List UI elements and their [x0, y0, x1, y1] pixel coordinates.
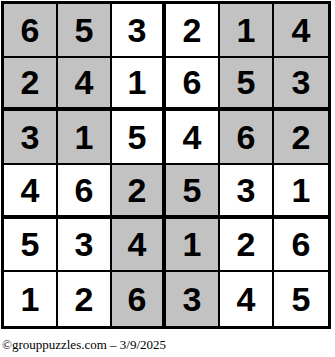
cell-r1c3[interactable]: 3	[112, 4, 166, 58]
cell-r2c5[interactable]: 5	[220, 58, 274, 112]
cell-r4c5[interactable]: 3	[220, 165, 274, 219]
cell-r1c4[interactable]: 2	[166, 4, 220, 58]
cell-r2c6[interactable]: 3	[274, 58, 328, 112]
cell-r3c3[interactable]: 5	[112, 111, 166, 165]
cell-r5c6[interactable]: 6	[274, 219, 328, 273]
cell-r6c2[interactable]: 2	[58, 272, 112, 326]
sudoku-board: 653214241653315462462531534126126345	[1, 1, 331, 329]
cell-r2c1[interactable]: 2	[4, 58, 58, 112]
cell-r3c1[interactable]: 3	[4, 111, 58, 165]
cell-r5c4[interactable]: 1	[166, 219, 220, 273]
cell-r4c1[interactable]: 4	[4, 165, 58, 219]
cell-r6c5[interactable]: 4	[220, 272, 274, 326]
cell-r4c6[interactable]: 1	[274, 165, 328, 219]
cell-r2c3[interactable]: 1	[112, 58, 166, 112]
cell-r1c6[interactable]: 4	[274, 4, 328, 58]
cell-r5c3[interactable]: 4	[112, 219, 166, 273]
cell-r3c2[interactable]: 1	[58, 111, 112, 165]
cell-r3c6[interactable]: 2	[274, 111, 328, 165]
cell-r2c4[interactable]: 6	[166, 58, 220, 112]
cell-r4c4[interactable]: 5	[166, 165, 220, 219]
copyright-credit: ©grouppuzzles.com – 3/9/2025	[2, 337, 166, 353]
cell-r1c2[interactable]: 5	[58, 4, 112, 58]
cell-r1c1[interactable]: 6	[4, 4, 58, 58]
puzzle-page: 653214241653315462462531534126126345 ©gr…	[0, 0, 335, 357]
cell-r6c1[interactable]: 1	[4, 272, 58, 326]
cell-r4c2[interactable]: 6	[58, 165, 112, 219]
cell-r2c2[interactable]: 4	[58, 58, 112, 112]
cell-r5c5[interactable]: 2	[220, 219, 274, 273]
cell-r3c4[interactable]: 4	[166, 111, 220, 165]
cell-r6c4[interactable]: 3	[166, 272, 220, 326]
cell-r3c5[interactable]: 6	[220, 111, 274, 165]
cell-r4c3[interactable]: 2	[112, 165, 166, 219]
cell-r6c3[interactable]: 6	[112, 272, 166, 326]
cell-r5c1[interactable]: 5	[4, 219, 58, 273]
cell-r6c6[interactable]: 5	[274, 272, 328, 326]
cell-r1c5[interactable]: 1	[220, 4, 274, 58]
cell-r5c2[interactable]: 3	[58, 219, 112, 273]
